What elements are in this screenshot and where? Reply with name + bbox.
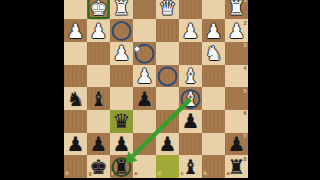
square-h5[interactable]: ♞ [64,87,87,110]
square-f8[interactable]: ♜f [110,155,133,178]
square-d2[interactable] [156,19,179,42]
square-g2[interactable]: ♟ [87,19,110,42]
square-c7[interactable] [179,133,202,156]
white-knight-b3[interactable]: ♞ [205,43,223,63]
square-a8[interactable]: ♜8a [225,155,248,178]
white-pawn-a2[interactable]: ♟ [228,21,246,41]
black-pawn-h7[interactable]: ♟ [67,134,85,154]
square-g5[interactable]: ♝ [87,87,110,110]
square-d1[interactable]: ♛ [156,0,179,19]
square-g7[interactable]: ♟ [87,133,110,156]
square-f1[interactable]: ♜ [110,0,133,19]
file-label-h: h [66,170,69,176]
white-queen-d1[interactable]: ♛ [159,0,177,18]
square-c5[interactable]: ♝ [179,87,202,110]
square-b7[interactable] [202,133,225,156]
black-pawn-a7[interactable]: ♟ [228,134,246,154]
white-rook-f1[interactable]: ♜ [113,0,131,18]
square-d4[interactable] [156,65,179,88]
square-a3[interactable]: 3 [225,42,248,65]
black-knight-h5[interactable]: ♞ [67,89,85,109]
square-f4[interactable] [110,65,133,88]
square-b3[interactable]: ♞ [202,42,225,65]
white-king-g1[interactable]: ♚ [90,0,108,18]
square-h3[interactable] [64,42,87,65]
square-g6[interactable] [87,110,110,133]
square-c6[interactable]: ♟ [179,110,202,133]
black-pawn-d7[interactable]: ♟ [159,134,177,154]
square-e6[interactable] [133,110,156,133]
black-pawn-c6[interactable]: ♟ [182,111,200,131]
square-c3[interactable] [179,42,202,65]
square-a7[interactable]: ♟7 [225,133,248,156]
square-c1[interactable] [179,0,202,19]
file-label-e: e [135,170,138,176]
white-pawn-c2[interactable]: ♟ [182,21,200,41]
square-g4[interactable] [87,65,110,88]
file-label-b: b [204,170,207,176]
square-h2[interactable]: ♟ [64,19,87,42]
rank-label-6: 6 [243,110,246,116]
square-c2[interactable]: ♟ [179,19,202,42]
square-b2[interactable]: ♟ [202,19,225,42]
black-pawn-g7[interactable]: ♟ [90,134,108,154]
square-d5[interactable] [156,87,179,110]
square-a2[interactable]: ♟2 [225,19,248,42]
white-pawn-g2[interactable]: ♟ [90,21,108,41]
square-c8[interactable]: ♝c [179,155,202,178]
square-a1[interactable]: ♜1 [225,0,248,19]
square-d7[interactable]: ♟ [156,133,179,156]
square-e7[interactable] [133,133,156,156]
square-d8[interactable]: d [156,155,179,178]
white-pawn-b2[interactable]: ♟ [205,21,223,41]
square-b4[interactable] [202,65,225,88]
square-h7[interactable]: ♟ [64,133,87,156]
square-d3[interactable] [156,42,179,65]
white-bishop-c4[interactable]: ♝ [182,66,200,86]
square-d6[interactable] [156,110,179,133]
rank-label-4: 4 [243,65,246,71]
white-pawn-e4[interactable]: ♟ [136,66,154,86]
square-b8[interactable]: b [202,155,225,178]
chess-app-stage: ♚♜♛♜1♟♟♟♟♟2♟♞3♟♝4♞♝♟♝5♛♟6♟♟♟♟♟7h♚g♜fed♝c… [0,0,320,180]
square-f7[interactable]: ♟ [110,133,133,156]
black-queen-f6[interactable]: ♛ [113,111,131,131]
square-g8[interactable]: ♚g [87,155,110,178]
black-bishop-c8[interactable]: ♝ [182,157,200,177]
white-rook-a1[interactable]: ♜ [228,0,246,18]
file-label-d: d [158,170,161,176]
rank-label-3: 3 [243,42,246,48]
square-e5[interactable]: ♟ [133,87,156,110]
chess-board: ♚♜♛♜1♟♟♟♟♟2♟♞3♟♝4♞♝♟♝5♛♟6♟♟♟♟♟7h♚g♜fed♝c… [64,0,248,178]
white-pawn-f3[interactable]: ♟ [113,43,131,63]
black-rook-f8[interactable]: ♜ [113,157,131,177]
square-c4[interactable]: ♝ [179,65,202,88]
square-g3[interactable] [87,42,110,65]
square-e1[interactable] [133,0,156,19]
square-a6[interactable]: 6 [225,110,248,133]
square-a4[interactable]: 4 [225,65,248,88]
square-e4[interactable]: ♟ [133,65,156,88]
square-a5[interactable]: 5 [225,87,248,110]
square-b1[interactable] [202,0,225,19]
square-b6[interactable] [202,110,225,133]
white-bishop-c5[interactable]: ♝ [182,89,200,109]
square-e8[interactable]: e [133,155,156,178]
square-h8[interactable]: h [64,155,87,178]
rank-label-5: 5 [243,88,246,94]
black-pawn-f7[interactable]: ♟ [113,134,131,154]
white-pawn-h2[interactable]: ♟ [67,21,85,41]
square-g1[interactable]: ♚ [87,0,110,19]
square-f3[interactable]: ♟ [110,42,133,65]
square-f2[interactable] [110,19,133,42]
square-h1[interactable] [64,0,87,19]
square-f5[interactable] [110,87,133,110]
square-b5[interactable] [202,87,225,110]
black-king-g8[interactable]: ♚ [90,157,108,177]
square-e2[interactable] [133,19,156,42]
black-pawn-e5[interactable]: ♟ [136,89,154,109]
square-h6[interactable] [64,110,87,133]
square-h4[interactable] [64,65,87,88]
black-bishop-g5[interactable]: ♝ [90,89,108,109]
black-rook-a8[interactable]: ♜ [228,157,246,177]
square-f6[interactable]: ♛ [110,110,133,133]
